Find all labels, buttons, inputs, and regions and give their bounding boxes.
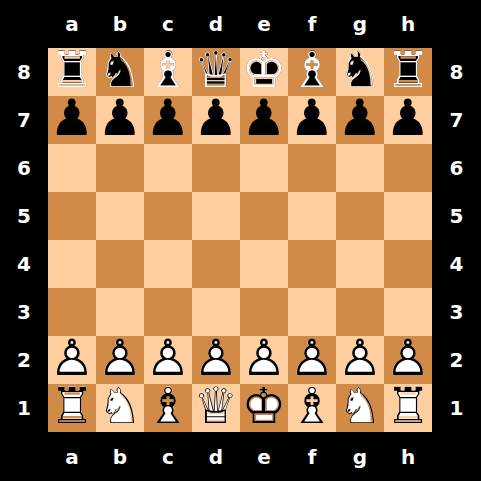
square-f1[interactable]: ♝♗ <box>288 384 336 432</box>
square-g1[interactable]: ♞♘ <box>336 384 384 432</box>
piece-glyph: ♗ <box>146 381 191 431</box>
rank-label-8: 8 <box>0 48 48 96</box>
square-f5[interactable] <box>288 192 336 240</box>
piece-glyph: ♙ <box>146 333 191 383</box>
black-pawn[interactable]: ♟ <box>48 96 96 144</box>
file-label-e: e <box>240 432 288 481</box>
file-label-a: a <box>48 432 96 481</box>
rank-label-4: 4 <box>0 240 48 288</box>
square-f6[interactable] <box>288 144 336 192</box>
piece-glyph: ♕ <box>194 381 239 431</box>
square-f7[interactable]: ♟ <box>288 96 336 144</box>
black-pawn[interactable]: ♟ <box>336 96 384 144</box>
piece-glyph: ♙ <box>338 333 383 383</box>
piece-glyph: ♟ <box>50 93 95 143</box>
rank-label-4: 4 <box>432 240 481 288</box>
chess-board: ♜♖♞♘♝♗♛♕♚♔♝♗♞♘♜♖♟♟♟♟♟♟♟♟♟♙♟♙♟♙♟♙♟♙♟♙♟♙♟♙… <box>48 48 432 432</box>
rank-label-5: 5 <box>0 192 48 240</box>
file-label-d: d <box>192 432 240 481</box>
piece-glyph: ♟ <box>146 93 191 143</box>
file-label-b: b <box>96 432 144 481</box>
piece-glyph: ♟ <box>290 93 335 143</box>
square-a6[interactable] <box>48 144 96 192</box>
square-c1[interactable]: ♝♗ <box>144 384 192 432</box>
piece-glyph: ♖ <box>50 45 95 95</box>
square-e1[interactable]: ♚♔ <box>240 384 288 432</box>
black-pawn[interactable]: ♟ <box>96 96 144 144</box>
square-g4[interactable] <box>336 240 384 288</box>
square-a1[interactable]: ♜♖ <box>48 384 96 432</box>
rank-label-8: 8 <box>432 48 481 96</box>
square-h1[interactable]: ♜♖ <box>384 384 432 432</box>
white-bishop[interactable]: ♝♗ <box>288 384 336 432</box>
rank-label-6: 6 <box>432 144 481 192</box>
square-f4[interactable] <box>288 240 336 288</box>
square-c7[interactable]: ♟ <box>144 96 192 144</box>
square-e4[interactable] <box>240 240 288 288</box>
square-h7[interactable]: ♟ <box>384 96 432 144</box>
piece-glyph: ♟ <box>242 93 287 143</box>
file-label-h: h <box>384 432 432 481</box>
piece-glyph: ♗ <box>290 45 335 95</box>
rank-labels-right: 87654321 <box>432 48 481 432</box>
black-pawn[interactable]: ♟ <box>288 96 336 144</box>
black-pawn[interactable]: ♟ <box>240 96 288 144</box>
white-rook[interactable]: ♜♖ <box>384 384 432 432</box>
square-g7[interactable]: ♟ <box>336 96 384 144</box>
square-a7[interactable]: ♟ <box>48 96 96 144</box>
rank-label-5: 5 <box>432 192 481 240</box>
white-rook[interactable]: ♜♖ <box>48 384 96 432</box>
square-h4[interactable] <box>384 240 432 288</box>
square-h5[interactable] <box>384 192 432 240</box>
rank-label-2: 2 <box>432 336 481 384</box>
piece-glyph: ♘ <box>338 45 383 95</box>
piece-glyph: ♟ <box>98 93 143 143</box>
square-a4[interactable] <box>48 240 96 288</box>
rank-labels-left: 87654321 <box>0 48 48 432</box>
square-d6[interactable] <box>192 144 240 192</box>
file-labels-bottom: abcdefgh <box>48 432 432 481</box>
square-d5[interactable] <box>192 192 240 240</box>
square-d4[interactable] <box>192 240 240 288</box>
black-pawn[interactable]: ♟ <box>144 96 192 144</box>
piece-glyph: ♖ <box>386 45 431 95</box>
square-c5[interactable] <box>144 192 192 240</box>
piece-glyph: ♟ <box>338 93 383 143</box>
rank-label-1: 1 <box>432 384 481 432</box>
piece-glyph: ♔ <box>242 45 287 95</box>
rank-label-6: 6 <box>0 144 48 192</box>
file-label-g: g <box>336 432 384 481</box>
file-label-f: f <box>288 432 336 481</box>
rank-label-3: 3 <box>0 288 48 336</box>
white-king[interactable]: ♚♔ <box>240 384 288 432</box>
piece-glyph: ♙ <box>50 333 95 383</box>
piece-glyph: ♘ <box>98 45 143 95</box>
piece-glyph: ♗ <box>290 381 335 431</box>
square-c4[interactable] <box>144 240 192 288</box>
rank-label-7: 7 <box>0 96 48 144</box>
piece-glyph: ♟ <box>386 93 431 143</box>
file-label-c: c <box>144 432 192 481</box>
white-knight[interactable]: ♞♘ <box>336 384 384 432</box>
square-b6[interactable] <box>96 144 144 192</box>
piece-glyph: ♔ <box>242 381 287 431</box>
square-b1[interactable]: ♞♘ <box>96 384 144 432</box>
square-g6[interactable] <box>336 144 384 192</box>
square-e7[interactable]: ♟ <box>240 96 288 144</box>
square-e5[interactable] <box>240 192 288 240</box>
rank-label-2: 2 <box>0 336 48 384</box>
square-a5[interactable] <box>48 192 96 240</box>
rank-label-1: 1 <box>0 384 48 432</box>
piece-glyph: ♗ <box>146 45 191 95</box>
rank-label-3: 3 <box>432 288 481 336</box>
chess-board-frame: abcdefgh abcdefgh 87654321 87654321 ♜♖♞♘… <box>0 0 481 481</box>
square-b4[interactable] <box>96 240 144 288</box>
rank-label-7: 7 <box>432 96 481 144</box>
piece-glyph: ♙ <box>98 333 143 383</box>
white-knight[interactable]: ♞♘ <box>96 384 144 432</box>
piece-glyph: ♘ <box>338 381 383 431</box>
piece-glyph: ♖ <box>386 381 431 431</box>
square-d1[interactable]: ♛♕ <box>192 384 240 432</box>
piece-glyph: ♖ <box>50 381 95 431</box>
square-g5[interactable] <box>336 192 384 240</box>
white-queen[interactable]: ♛♕ <box>192 384 240 432</box>
square-c6[interactable] <box>144 144 192 192</box>
piece-glyph: ♟ <box>194 93 239 143</box>
piece-glyph: ♙ <box>386 333 431 383</box>
square-b7[interactable]: ♟ <box>96 96 144 144</box>
square-e6[interactable] <box>240 144 288 192</box>
white-bishop[interactable]: ♝♗ <box>144 384 192 432</box>
piece-glyph: ♙ <box>242 333 287 383</box>
black-pawn[interactable]: ♟ <box>192 96 240 144</box>
piece-glyph: ♕ <box>194 45 239 95</box>
piece-glyph: ♘ <box>98 381 143 431</box>
square-d7[interactable]: ♟ <box>192 96 240 144</box>
piece-glyph: ♙ <box>194 333 239 383</box>
square-h6[interactable] <box>384 144 432 192</box>
square-b5[interactable] <box>96 192 144 240</box>
piece-glyph: ♙ <box>290 333 335 383</box>
black-pawn[interactable]: ♟ <box>384 96 432 144</box>
